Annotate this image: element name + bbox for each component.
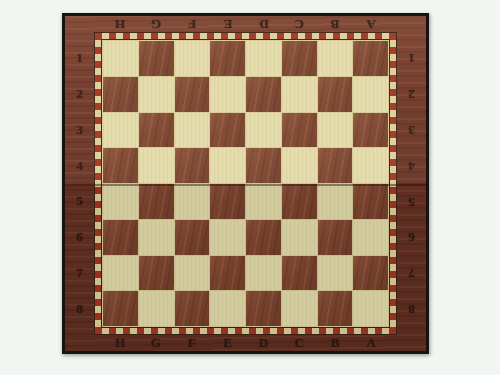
square-d6[interactable] — [246, 220, 281, 255]
file-label-bottom-c: C — [281, 335, 317, 351]
square-a1[interactable] — [353, 41, 388, 76]
rank-label-left-7: 7 — [65, 255, 94, 291]
square-h6[interactable] — [103, 220, 138, 255]
square-h7[interactable] — [103, 256, 138, 291]
square-a4[interactable] — [353, 148, 388, 183]
square-e4[interactable] — [210, 148, 245, 183]
file-label-top-d: D — [246, 16, 282, 32]
square-b4[interactable] — [318, 148, 353, 183]
chess-board: HGFEDCBA HGFEDCBA 12345678 12345678 — [62, 13, 429, 354]
file-label-top-a: A — [353, 16, 389, 32]
square-b6[interactable] — [318, 220, 353, 255]
square-d7[interactable] — [246, 256, 281, 291]
file-label-bottom-f: F — [174, 335, 210, 351]
square-g6[interactable] — [139, 220, 174, 255]
file-label-bottom-g: G — [138, 335, 174, 351]
rank-label-left-2: 2 — [65, 76, 94, 112]
square-h5[interactable] — [103, 184, 138, 219]
square-c4[interactable] — [282, 148, 317, 183]
square-e2[interactable] — [210, 77, 245, 112]
square-b2[interactable] — [318, 77, 353, 112]
square-c1[interactable] — [282, 41, 317, 76]
square-f8[interactable] — [175, 291, 210, 326]
square-d2[interactable] — [246, 77, 281, 112]
rank-label-right-6: 6 — [397, 219, 426, 255]
file-label-bottom-e: E — [210, 335, 246, 351]
square-d1[interactable] — [246, 41, 281, 76]
file-label-bottom-a: A — [353, 335, 389, 351]
file-label-top-e: E — [210, 16, 246, 32]
rank-label-right-3: 3 — [397, 112, 426, 148]
square-e8[interactable] — [210, 291, 245, 326]
square-h1[interactable] — [103, 41, 138, 76]
photo-background: HGFEDCBA HGFEDCBA 12345678 12345678 — [0, 0, 500, 375]
trim-strip-top — [95, 33, 396, 39]
square-g3[interactable] — [139, 113, 174, 148]
square-a7[interactable] — [353, 256, 388, 291]
square-d5[interactable] — [246, 184, 281, 219]
square-a2[interactable] — [353, 77, 388, 112]
square-d8[interactable] — [246, 291, 281, 326]
file-label-top-f: F — [174, 16, 210, 32]
file-label-bottom-d: D — [246, 335, 282, 351]
square-c7[interactable] — [282, 256, 317, 291]
square-b7[interactable] — [318, 256, 353, 291]
square-f1[interactable] — [175, 41, 210, 76]
square-g1[interactable] — [139, 41, 174, 76]
square-a8[interactable] — [353, 291, 388, 326]
square-g8[interactable] — [139, 291, 174, 326]
rank-label-right-4: 4 — [397, 148, 426, 184]
file-label-top-c: C — [281, 16, 317, 32]
square-h2[interactable] — [103, 77, 138, 112]
rank-label-right-2: 2 — [397, 76, 426, 112]
trim-strip-bottom — [95, 328, 396, 334]
square-h8[interactable] — [103, 291, 138, 326]
rank-label-left-8: 8 — [65, 291, 94, 327]
square-e3[interactable] — [210, 113, 245, 148]
square-g2[interactable] — [139, 77, 174, 112]
square-e1[interactable] — [210, 41, 245, 76]
square-g4[interactable] — [139, 148, 174, 183]
square-c3[interactable] — [282, 113, 317, 148]
square-b8[interactable] — [318, 291, 353, 326]
square-c5[interactable] — [282, 184, 317, 219]
file-labels-top: HGFEDCBA — [102, 16, 389, 32]
rank-label-right-8: 8 — [397, 291, 426, 327]
file-label-bottom-h: H — [102, 335, 138, 351]
square-f6[interactable] — [175, 220, 210, 255]
rank-label-left-3: 3 — [65, 112, 94, 148]
square-e6[interactable] — [210, 220, 245, 255]
rank-label-right-7: 7 — [397, 255, 426, 291]
square-a6[interactable] — [353, 220, 388, 255]
square-f3[interactable] — [175, 113, 210, 148]
square-b3[interactable] — [318, 113, 353, 148]
square-d3[interactable] — [246, 113, 281, 148]
square-g7[interactable] — [139, 256, 174, 291]
square-e5[interactable] — [210, 184, 245, 219]
file-label-top-h: H — [102, 16, 138, 32]
square-a5[interactable] — [353, 184, 388, 219]
square-f7[interactable] — [175, 256, 210, 291]
square-f5[interactable] — [175, 184, 210, 219]
square-d4[interactable] — [246, 148, 281, 183]
fold-seam — [65, 184, 426, 186]
square-f4[interactable] — [175, 148, 210, 183]
square-g5[interactable] — [139, 184, 174, 219]
square-f2[interactable] — [175, 77, 210, 112]
rank-label-left-5: 5 — [65, 184, 94, 220]
rank-label-right-5: 5 — [397, 184, 426, 220]
rank-label-right-1: 1 — [397, 40, 426, 76]
file-labels-bottom: HGFEDCBA — [102, 335, 389, 351]
square-c2[interactable] — [282, 77, 317, 112]
square-c8[interactable] — [282, 291, 317, 326]
square-c6[interactable] — [282, 220, 317, 255]
rank-label-left-6: 6 — [65, 219, 94, 255]
square-b1[interactable] — [318, 41, 353, 76]
square-b5[interactable] — [318, 184, 353, 219]
file-label-top-b: B — [317, 16, 353, 32]
square-h4[interactable] — [103, 148, 138, 183]
square-h3[interactable] — [103, 113, 138, 148]
file-label-top-g: G — [138, 16, 174, 32]
rank-label-left-1: 1 — [65, 40, 94, 76]
rank-label-left-4: 4 — [65, 148, 94, 184]
square-a3[interactable] — [353, 113, 388, 148]
file-label-bottom-b: B — [317, 335, 353, 351]
square-e7[interactable] — [210, 256, 245, 291]
